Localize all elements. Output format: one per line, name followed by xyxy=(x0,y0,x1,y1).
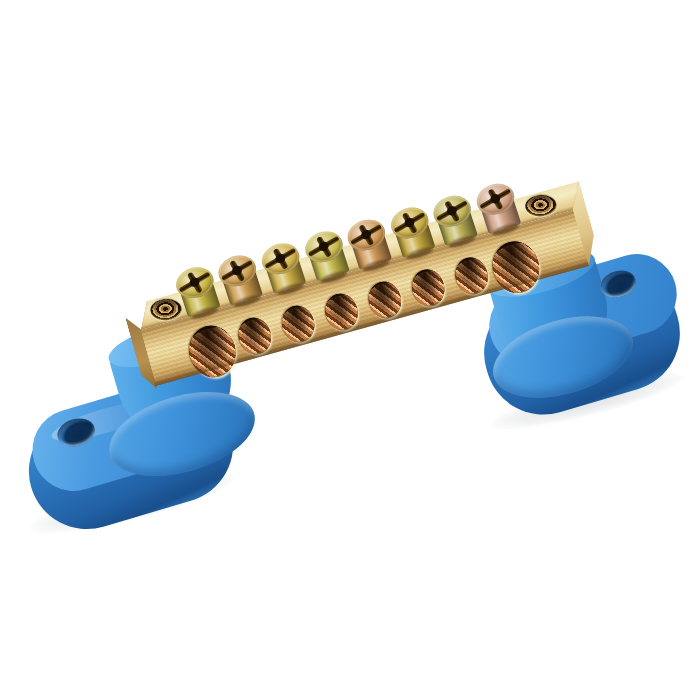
wire-entry-hole-5 xyxy=(364,277,405,321)
wire-entry-hole-7 xyxy=(451,253,492,297)
wire-entry-hole-6 xyxy=(408,265,449,309)
wire-entry-hole-1 xyxy=(183,320,241,382)
wire-entry-hole-3 xyxy=(278,301,319,345)
product-photo xyxy=(0,0,700,700)
wire-entry-hole-4 xyxy=(321,289,362,333)
wire-entry-hole-2 xyxy=(234,313,275,357)
